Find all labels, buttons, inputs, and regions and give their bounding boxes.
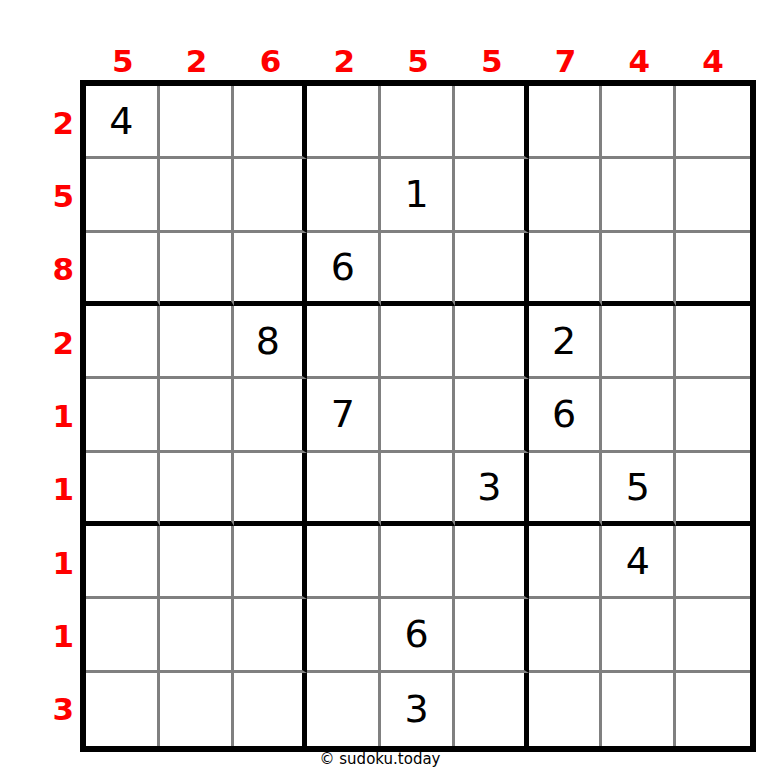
- sudoku-cell-r8c1[interactable]: [86, 599, 160, 672]
- sudoku-cell-r7c5[interactable]: [381, 526, 455, 599]
- top-clue-c5: 5: [381, 42, 455, 78]
- sudoku-cell-r1c7[interactable]: [529, 86, 603, 159]
- top-clues-row: 526255744: [86, 42, 750, 78]
- sudoku-cell-r6c5[interactable]: [381, 453, 455, 526]
- sudoku-cell-r4c9[interactable]: [676, 306, 750, 379]
- sudoku-cell-r4c8[interactable]: [602, 306, 676, 379]
- puzzle-page: 526255744 258211113 416827635463 © sudok…: [0, 0, 760, 770]
- sudoku-cell-r7c4[interactable]: [307, 526, 381, 599]
- sudoku-cell-r5c4[interactable]: 7: [307, 379, 381, 452]
- left-clue-r2: 5: [30, 159, 80, 232]
- sudoku-cell-r6c9[interactable]: [676, 453, 750, 526]
- sudoku-cell-r7c3[interactable]: [234, 526, 308, 599]
- sudoku-cell-r7c8[interactable]: 4: [602, 526, 676, 599]
- copyright-credit: © sudoku.today: [0, 750, 760, 768]
- sudoku-cell-r1c9[interactable]: [676, 86, 750, 159]
- sudoku-cell-r9c3[interactable]: [234, 673, 308, 746]
- sudoku-cell-r2c1[interactable]: [86, 159, 160, 232]
- sudoku-cell-r3c2[interactable]: [160, 233, 234, 306]
- sudoku-cell-r7c6[interactable]: [455, 526, 529, 599]
- top-clue-c6: 5: [455, 42, 529, 78]
- sudoku-cell-r3c7[interactable]: [529, 233, 603, 306]
- left-clue-r3: 8: [30, 233, 80, 306]
- sudoku-cell-r5c1[interactable]: [86, 379, 160, 452]
- sudoku-cell-r1c4[interactable]: [307, 86, 381, 159]
- sudoku-cell-r2c3[interactable]: [234, 159, 308, 232]
- sudoku-cell-r6c8[interactable]: 5: [602, 453, 676, 526]
- sudoku-cell-r3c6[interactable]: [455, 233, 529, 306]
- sudoku-cell-r6c2[interactable]: [160, 453, 234, 526]
- sudoku-cell-r4c2[interactable]: [160, 306, 234, 379]
- sudoku-cell-r7c1[interactable]: [86, 526, 160, 599]
- top-clue-c7: 7: [529, 42, 603, 78]
- sudoku-cell-r2c7[interactable]: [529, 159, 603, 232]
- sudoku-cell-r3c3[interactable]: [234, 233, 308, 306]
- sudoku-cell-r4c7[interactable]: 2: [529, 306, 603, 379]
- top-clue-c3: 6: [234, 42, 308, 78]
- left-clue-r9: 3: [30, 673, 80, 746]
- sudoku-cell-r9c4[interactable]: [307, 673, 381, 746]
- sudoku-cell-r5c9[interactable]: [676, 379, 750, 452]
- left-clue-r7: 1: [30, 526, 80, 599]
- sudoku-cell-r7c7[interactable]: [529, 526, 603, 599]
- sudoku-cell-r2c5[interactable]: 1: [381, 159, 455, 232]
- sudoku-cell-r9c8[interactable]: [602, 673, 676, 746]
- top-clue-c4: 2: [307, 42, 381, 78]
- sudoku-cell-r5c7[interactable]: 6: [529, 379, 603, 452]
- sudoku-cell-r5c2[interactable]: [160, 379, 234, 452]
- sudoku-cell-r4c3[interactable]: 8: [234, 306, 308, 379]
- left-clues-column: 258211113: [30, 86, 80, 746]
- sudoku-cell-r1c5[interactable]: [381, 86, 455, 159]
- left-clue-r5: 1: [30, 379, 80, 452]
- sudoku-cell-r7c2[interactable]: [160, 526, 234, 599]
- sudoku-cell-r9c6[interactable]: [455, 673, 529, 746]
- sudoku-cell-r8c9[interactable]: [676, 599, 750, 672]
- sudoku-cell-r3c8[interactable]: [602, 233, 676, 306]
- sudoku-cell-r9c1[interactable]: [86, 673, 160, 746]
- sudoku-cell-r9c5[interactable]: 3: [381, 673, 455, 746]
- sudoku-cell-r8c6[interactable]: [455, 599, 529, 672]
- left-clue-r8: 1: [30, 599, 80, 672]
- sudoku-cell-r1c6[interactable]: [455, 86, 529, 159]
- left-clue-r4: 2: [30, 306, 80, 379]
- sudoku-cell-r2c4[interactable]: [307, 159, 381, 232]
- sudoku-cell-r8c4[interactable]: [307, 599, 381, 672]
- sudoku-cell-r9c9[interactable]: [676, 673, 750, 746]
- sudoku-cell-r4c1[interactable]: [86, 306, 160, 379]
- sudoku-cell-r6c6[interactable]: 3: [455, 453, 529, 526]
- sudoku-cell-r8c2[interactable]: [160, 599, 234, 672]
- sudoku-cell-r2c8[interactable]: [602, 159, 676, 232]
- top-clue-c2: 2: [160, 42, 234, 78]
- sudoku-cell-r8c5[interactable]: 6: [381, 599, 455, 672]
- sudoku-cell-r6c1[interactable]: [86, 453, 160, 526]
- sudoku-cell-r4c4[interactable]: [307, 306, 381, 379]
- sudoku-cell-r8c3[interactable]: [234, 599, 308, 672]
- sudoku-cell-r3c9[interactable]: [676, 233, 750, 306]
- sudoku-cell-r5c8[interactable]: [602, 379, 676, 452]
- sudoku-cell-r7c9[interactable]: [676, 526, 750, 599]
- sudoku-cell-r3c5[interactable]: [381, 233, 455, 306]
- sudoku-cell-r6c4[interactable]: [307, 453, 381, 526]
- sudoku-cell-r5c6[interactable]: [455, 379, 529, 452]
- sudoku-cell-r8c7[interactable]: [529, 599, 603, 672]
- sudoku-cell-r1c2[interactable]: [160, 86, 234, 159]
- sudoku-cell-r6c3[interactable]: [234, 453, 308, 526]
- sudoku-cell-r3c4[interactable]: 6: [307, 233, 381, 306]
- sudoku-cell-r6c7[interactable]: [529, 453, 603, 526]
- sudoku-cell-r4c5[interactable]: [381, 306, 455, 379]
- sudoku-cell-r2c9[interactable]: [676, 159, 750, 232]
- left-clue-r6: 1: [30, 453, 80, 526]
- top-clue-c9: 4: [676, 42, 750, 78]
- sudoku-cell-r9c7[interactable]: [529, 673, 603, 746]
- sudoku-cell-r1c3[interactable]: [234, 86, 308, 159]
- sudoku-cell-r4c6[interactable]: [455, 306, 529, 379]
- sudoku-cell-r2c6[interactable]: [455, 159, 529, 232]
- top-clue-c8: 4: [602, 42, 676, 78]
- sudoku-cell-r1c8[interactable]: [602, 86, 676, 159]
- sudoku-board: 416827635463: [80, 80, 756, 752]
- top-clue-c1: 5: [86, 42, 160, 78]
- sudoku-cell-r3c1[interactable]: [86, 233, 160, 306]
- sudoku-cell-r2c2[interactable]: [160, 159, 234, 232]
- sudoku-cell-r9c2[interactable]: [160, 673, 234, 746]
- sudoku-cell-r5c5[interactable]: [381, 379, 455, 452]
- sudoku-cell-r5c3[interactable]: [234, 379, 308, 452]
- left-clue-r1: 2: [30, 86, 80, 159]
- sudoku-cell-r1c1[interactable]: 4: [86, 86, 160, 159]
- sudoku-cell-r8c8[interactable]: [602, 599, 676, 672]
